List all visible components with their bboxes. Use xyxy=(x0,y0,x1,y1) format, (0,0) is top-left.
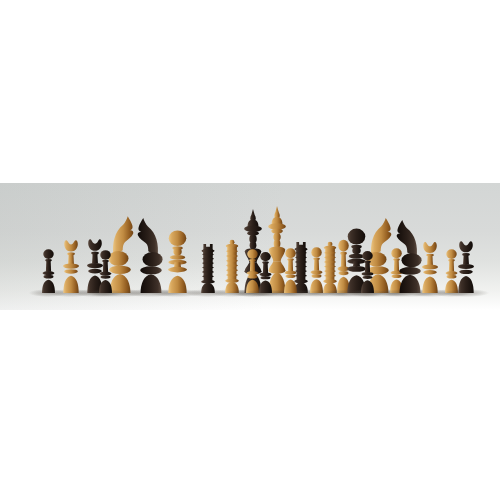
dark-pawn xyxy=(38,247,59,293)
dark-bishop xyxy=(453,238,479,293)
photo-backdrop xyxy=(0,183,500,310)
dark-pawn xyxy=(255,250,276,293)
light-pawn xyxy=(280,246,301,293)
dark-rook xyxy=(196,242,220,293)
light-bishop xyxy=(58,237,84,293)
dark-pawn xyxy=(95,248,116,293)
light-queen xyxy=(162,229,193,293)
light-bishop xyxy=(417,239,443,293)
dark-pawn xyxy=(357,249,378,293)
chess-set-photo xyxy=(0,0,500,500)
